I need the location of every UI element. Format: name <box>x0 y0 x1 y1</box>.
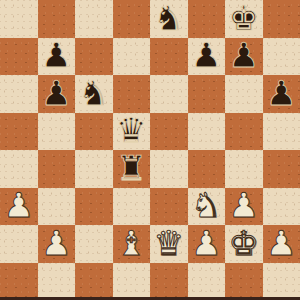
square-e4[interactable] <box>150 150 188 188</box>
square-a3[interactable]: ♟ <box>0 188 38 226</box>
square-g8[interactable]: ♚ <box>225 0 263 38</box>
square-c5[interactable] <box>75 113 113 151</box>
square-h4[interactable] <box>263 150 301 188</box>
square-e2[interactable]: ♛ <box>150 225 188 263</box>
square-a7[interactable] <box>0 38 38 76</box>
square-a5[interactable] <box>0 113 38 151</box>
square-h1[interactable] <box>263 263 301 300</box>
black-pawn-b7: ♟ <box>41 38 71 72</box>
black-pawn-g7: ♟ <box>229 38 259 72</box>
black-pawn-h6: ♟ <box>266 76 296 110</box>
square-h7[interactable] <box>263 38 301 76</box>
square-g1[interactable] <box>225 263 263 300</box>
square-c3[interactable] <box>75 188 113 226</box>
square-f6[interactable] <box>188 75 226 113</box>
square-f2[interactable]: ♟ <box>188 225 226 263</box>
square-e6[interactable] <box>150 75 188 113</box>
black-king-g8: ♚ <box>229 1 259 35</box>
square-f8[interactable] <box>188 0 226 38</box>
chess-board-area: ♞♚♟♟♟♟♞♟♛♜♟♞♟♟♝♛♟♚♟ <box>0 0 300 300</box>
square-a8[interactable] <box>0 0 38 38</box>
black-knight-e8: ♞ <box>154 1 184 35</box>
square-g6[interactable] <box>225 75 263 113</box>
square-h8[interactable] <box>263 0 301 38</box>
square-f3[interactable]: ♞ <box>188 188 226 226</box>
square-g5[interactable] <box>225 113 263 151</box>
square-d3[interactable] <box>113 188 151 226</box>
square-b8[interactable] <box>38 0 76 38</box>
black-pawn-f7: ♟ <box>191 38 221 72</box>
square-b5[interactable] <box>38 113 76 151</box>
square-g4[interactable] <box>225 150 263 188</box>
square-c4[interactable] <box>75 150 113 188</box>
square-b4[interactable] <box>38 150 76 188</box>
square-f7[interactable]: ♟ <box>188 38 226 76</box>
square-e3[interactable] <box>150 188 188 226</box>
square-c2[interactable] <box>75 225 113 263</box>
square-e5[interactable] <box>150 113 188 151</box>
square-e1[interactable] <box>150 263 188 300</box>
white-knight-f3: ♞ <box>191 188 221 222</box>
square-g7[interactable]: ♟ <box>225 38 263 76</box>
square-a1[interactable] <box>0 263 38 300</box>
square-f5[interactable] <box>188 113 226 151</box>
white-queen-e2: ♛ <box>154 226 184 260</box>
white-pawn-f2: ♟ <box>191 226 221 260</box>
square-b3[interactable] <box>38 188 76 226</box>
black-knight-c6: ♞ <box>79 76 109 110</box>
square-d6[interactable] <box>113 75 151 113</box>
square-b2[interactable]: ♟ <box>38 225 76 263</box>
square-b6[interactable]: ♟ <box>38 75 76 113</box>
square-d1[interactable] <box>113 263 151 300</box>
black-rook-d4: ♜ <box>116 151 146 185</box>
white-pawn-a3: ♟ <box>4 188 34 222</box>
white-pawn-g3: ♟ <box>229 188 259 222</box>
white-pawn-h2: ♟ <box>266 226 296 260</box>
square-c8[interactable] <box>75 0 113 38</box>
square-g3[interactable]: ♟ <box>225 188 263 226</box>
square-d4[interactable]: ♜ <box>113 150 151 188</box>
white-pawn-b2: ♟ <box>41 226 71 260</box>
square-c7[interactable] <box>75 38 113 76</box>
square-h3[interactable] <box>263 188 301 226</box>
chess-board: ♞♚♟♟♟♟♞♟♛♜♟♞♟♟♝♛♟♚♟ <box>0 0 300 300</box>
square-h6[interactable]: ♟ <box>263 75 301 113</box>
square-d7[interactable] <box>113 38 151 76</box>
square-d2[interactable]: ♝ <box>113 225 151 263</box>
square-f4[interactable] <box>188 150 226 188</box>
square-h5[interactable] <box>263 113 301 151</box>
square-e8[interactable]: ♞ <box>150 0 188 38</box>
square-d8[interactable] <box>113 0 151 38</box>
square-b7[interactable]: ♟ <box>38 38 76 76</box>
square-g2[interactable]: ♚ <box>225 225 263 263</box>
square-d5[interactable]: ♛ <box>113 113 151 151</box>
square-a4[interactable] <box>0 150 38 188</box>
square-b1[interactable] <box>38 263 76 300</box>
white-bishop-d2: ♝ <box>116 226 146 260</box>
black-pawn-b6: ♟ <box>41 76 71 110</box>
square-h2[interactable]: ♟ <box>263 225 301 263</box>
square-a6[interactable] <box>0 75 38 113</box>
square-e7[interactable] <box>150 38 188 76</box>
square-a2[interactable] <box>0 225 38 263</box>
square-f1[interactable] <box>188 263 226 300</box>
square-c6[interactable]: ♞ <box>75 75 113 113</box>
black-queen-d5: ♛ <box>116 113 146 147</box>
white-king-g2: ♚ <box>229 226 259 260</box>
square-c1[interactable] <box>75 263 113 300</box>
